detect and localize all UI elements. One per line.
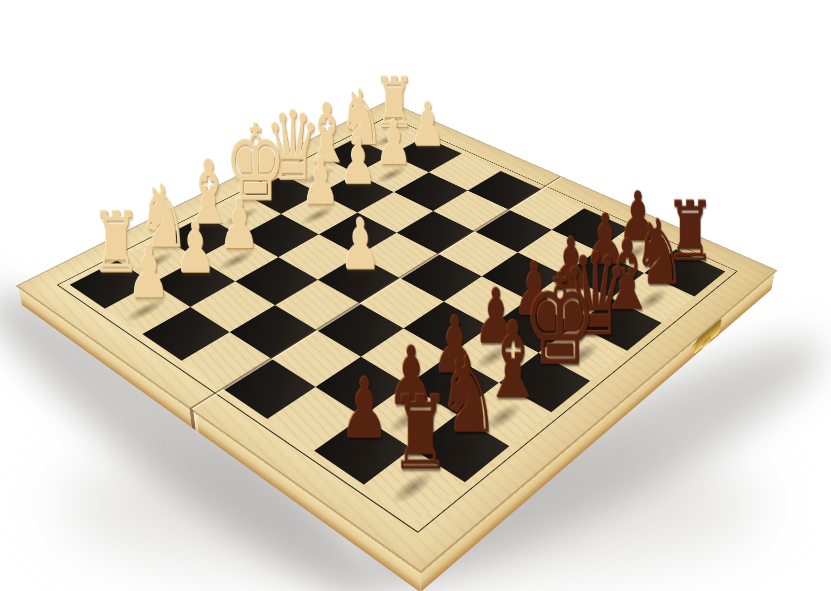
square-b2[interactable]: ♟ [356,155,428,192]
scene: ♜♞♝♚♛♝♞♜♟♟♟♟♟♟♟♟♟♟♟♟♟♟♟♟♜♞♝♚♛♝♞♜ [0,0,831,591]
square-b4[interactable] [433,191,509,232]
piece-black-pawn-h7[interactable]: ♟ [340,367,390,451]
brass-clasp[interactable] [694,318,722,354]
square-a4[interactable] [468,171,542,210]
piece-black-rook-h8[interactable]: ♜ [391,383,443,485]
piece-shadow [299,166,339,187]
piece-white-pawn-b2[interactable]: ♟ [375,112,412,174]
piece-shadow [220,205,263,228]
square-c1[interactable]: ♝ [284,156,357,193]
piece-shadow [297,204,339,227]
piece-shadow [370,130,407,149]
square-b1[interactable]: ♞ [321,138,392,173]
photo-stage: ♜♞♝♚♛♝♞♜♟♟♟♟♟♟♟♟♟♟♟♟♟♟♟♟♜♞♝♚♛♝♞♜ [0,0,831,591]
piece-shadow [335,184,375,206]
piece-white-pawn-d2[interactable]: ♟ [301,149,340,214]
square-c4[interactable] [397,211,475,254]
square-a3[interactable] [429,154,501,191]
square-c5[interactable] [438,231,518,276]
square-a2[interactable]: ♟ [391,137,461,172]
square-a1[interactable]: ♜ [356,121,425,155]
piece-shadow [260,185,301,207]
piece-shadow [335,147,373,167]
piece-white-rook-a1[interactable]: ♜ [374,68,410,138]
piece-white-pawn-c2[interactable]: ♟ [339,130,377,193]
piece-white-knight-b1[interactable]: ♞ [339,80,375,156]
piece-shadow [407,146,444,166]
chess-board: ♜♞♝♚♛♝♞♜♟♟♟♟♟♟♟♟♟♟♟♟♟♟♟♟♜♞♝♚♛♝♞♜ [18,102,775,571]
square-e2[interactable] [241,214,319,257]
piece-white-bishop-c1[interactable]: ♝ [303,94,340,175]
square-d1[interactable]: ♛ [245,175,319,214]
piece-white-pawn-e4[interactable]: ♟ [339,210,381,280]
piece-white-pawn-h2[interactable]: ♟ [127,236,171,308]
piece-white-pawn-a2[interactable]: ♟ [410,95,446,155]
piece-shadow [214,248,259,273]
piece-white-queen-d1[interactable]: ♛ [265,100,303,195]
piece-white-king-e1[interactable]: ♚ [225,111,264,215]
piece-shadow [372,165,411,186]
square-b3[interactable] [394,172,468,211]
piece-white-pawn-f2[interactable]: ♟ [219,190,260,258]
board-grid: ♜♞♝♚♛♝♞♜♟♟♟♟♟♟♟♟♟♟♟♟♟♟♟♟♜♞♝♚♛♝♞♜ [70,121,726,521]
piece-white-pawn-g2[interactable]: ♟ [174,213,216,283]
